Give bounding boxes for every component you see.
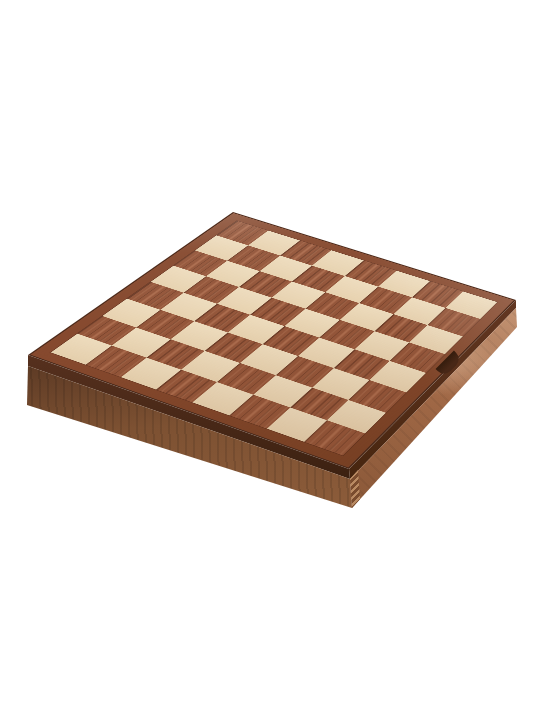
product-photo-scene — [0, 0, 540, 720]
chess-board-lid — [28, 212, 516, 469]
